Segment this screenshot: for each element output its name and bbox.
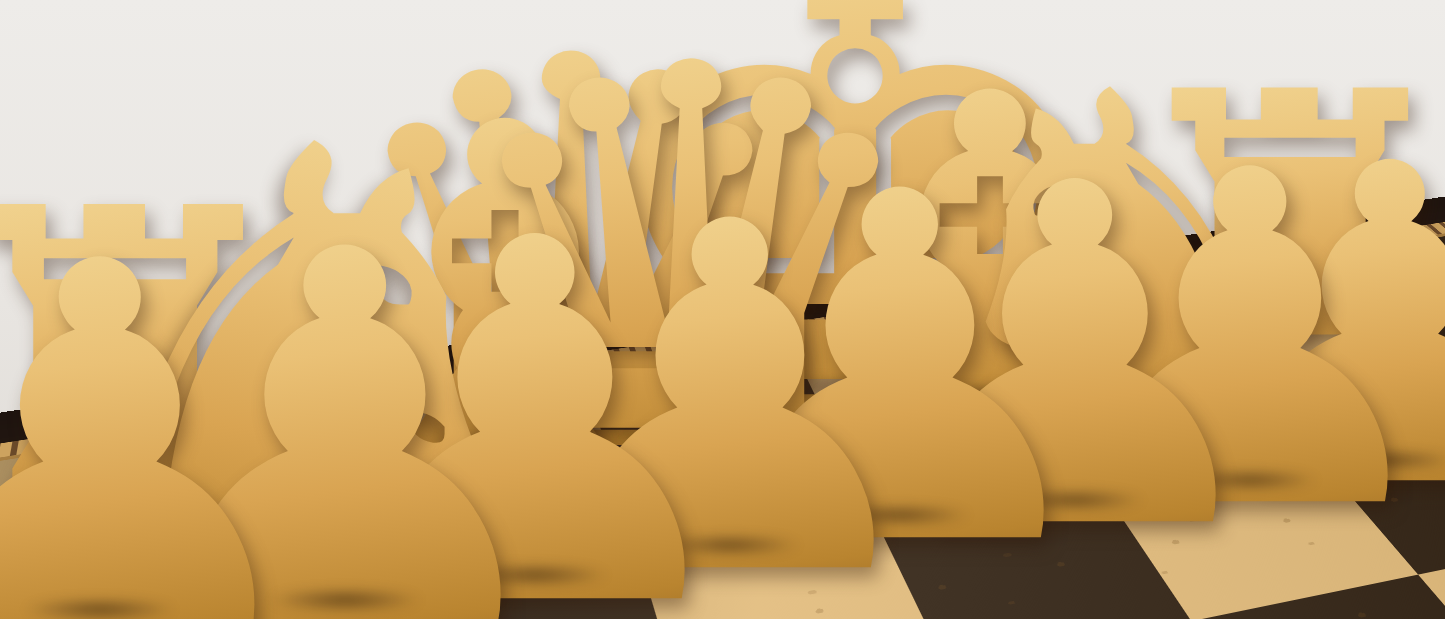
chess-set-photo: ♜ ♞ ♝ ♛ ♛ ♚ ♝ ♞ ♜ ♟ ♟ ♟ ♟ ♟ ♟ ♟ ♟	[0, 0, 1445, 619]
white-pawn-1: ♟	[0, 197, 331, 619]
